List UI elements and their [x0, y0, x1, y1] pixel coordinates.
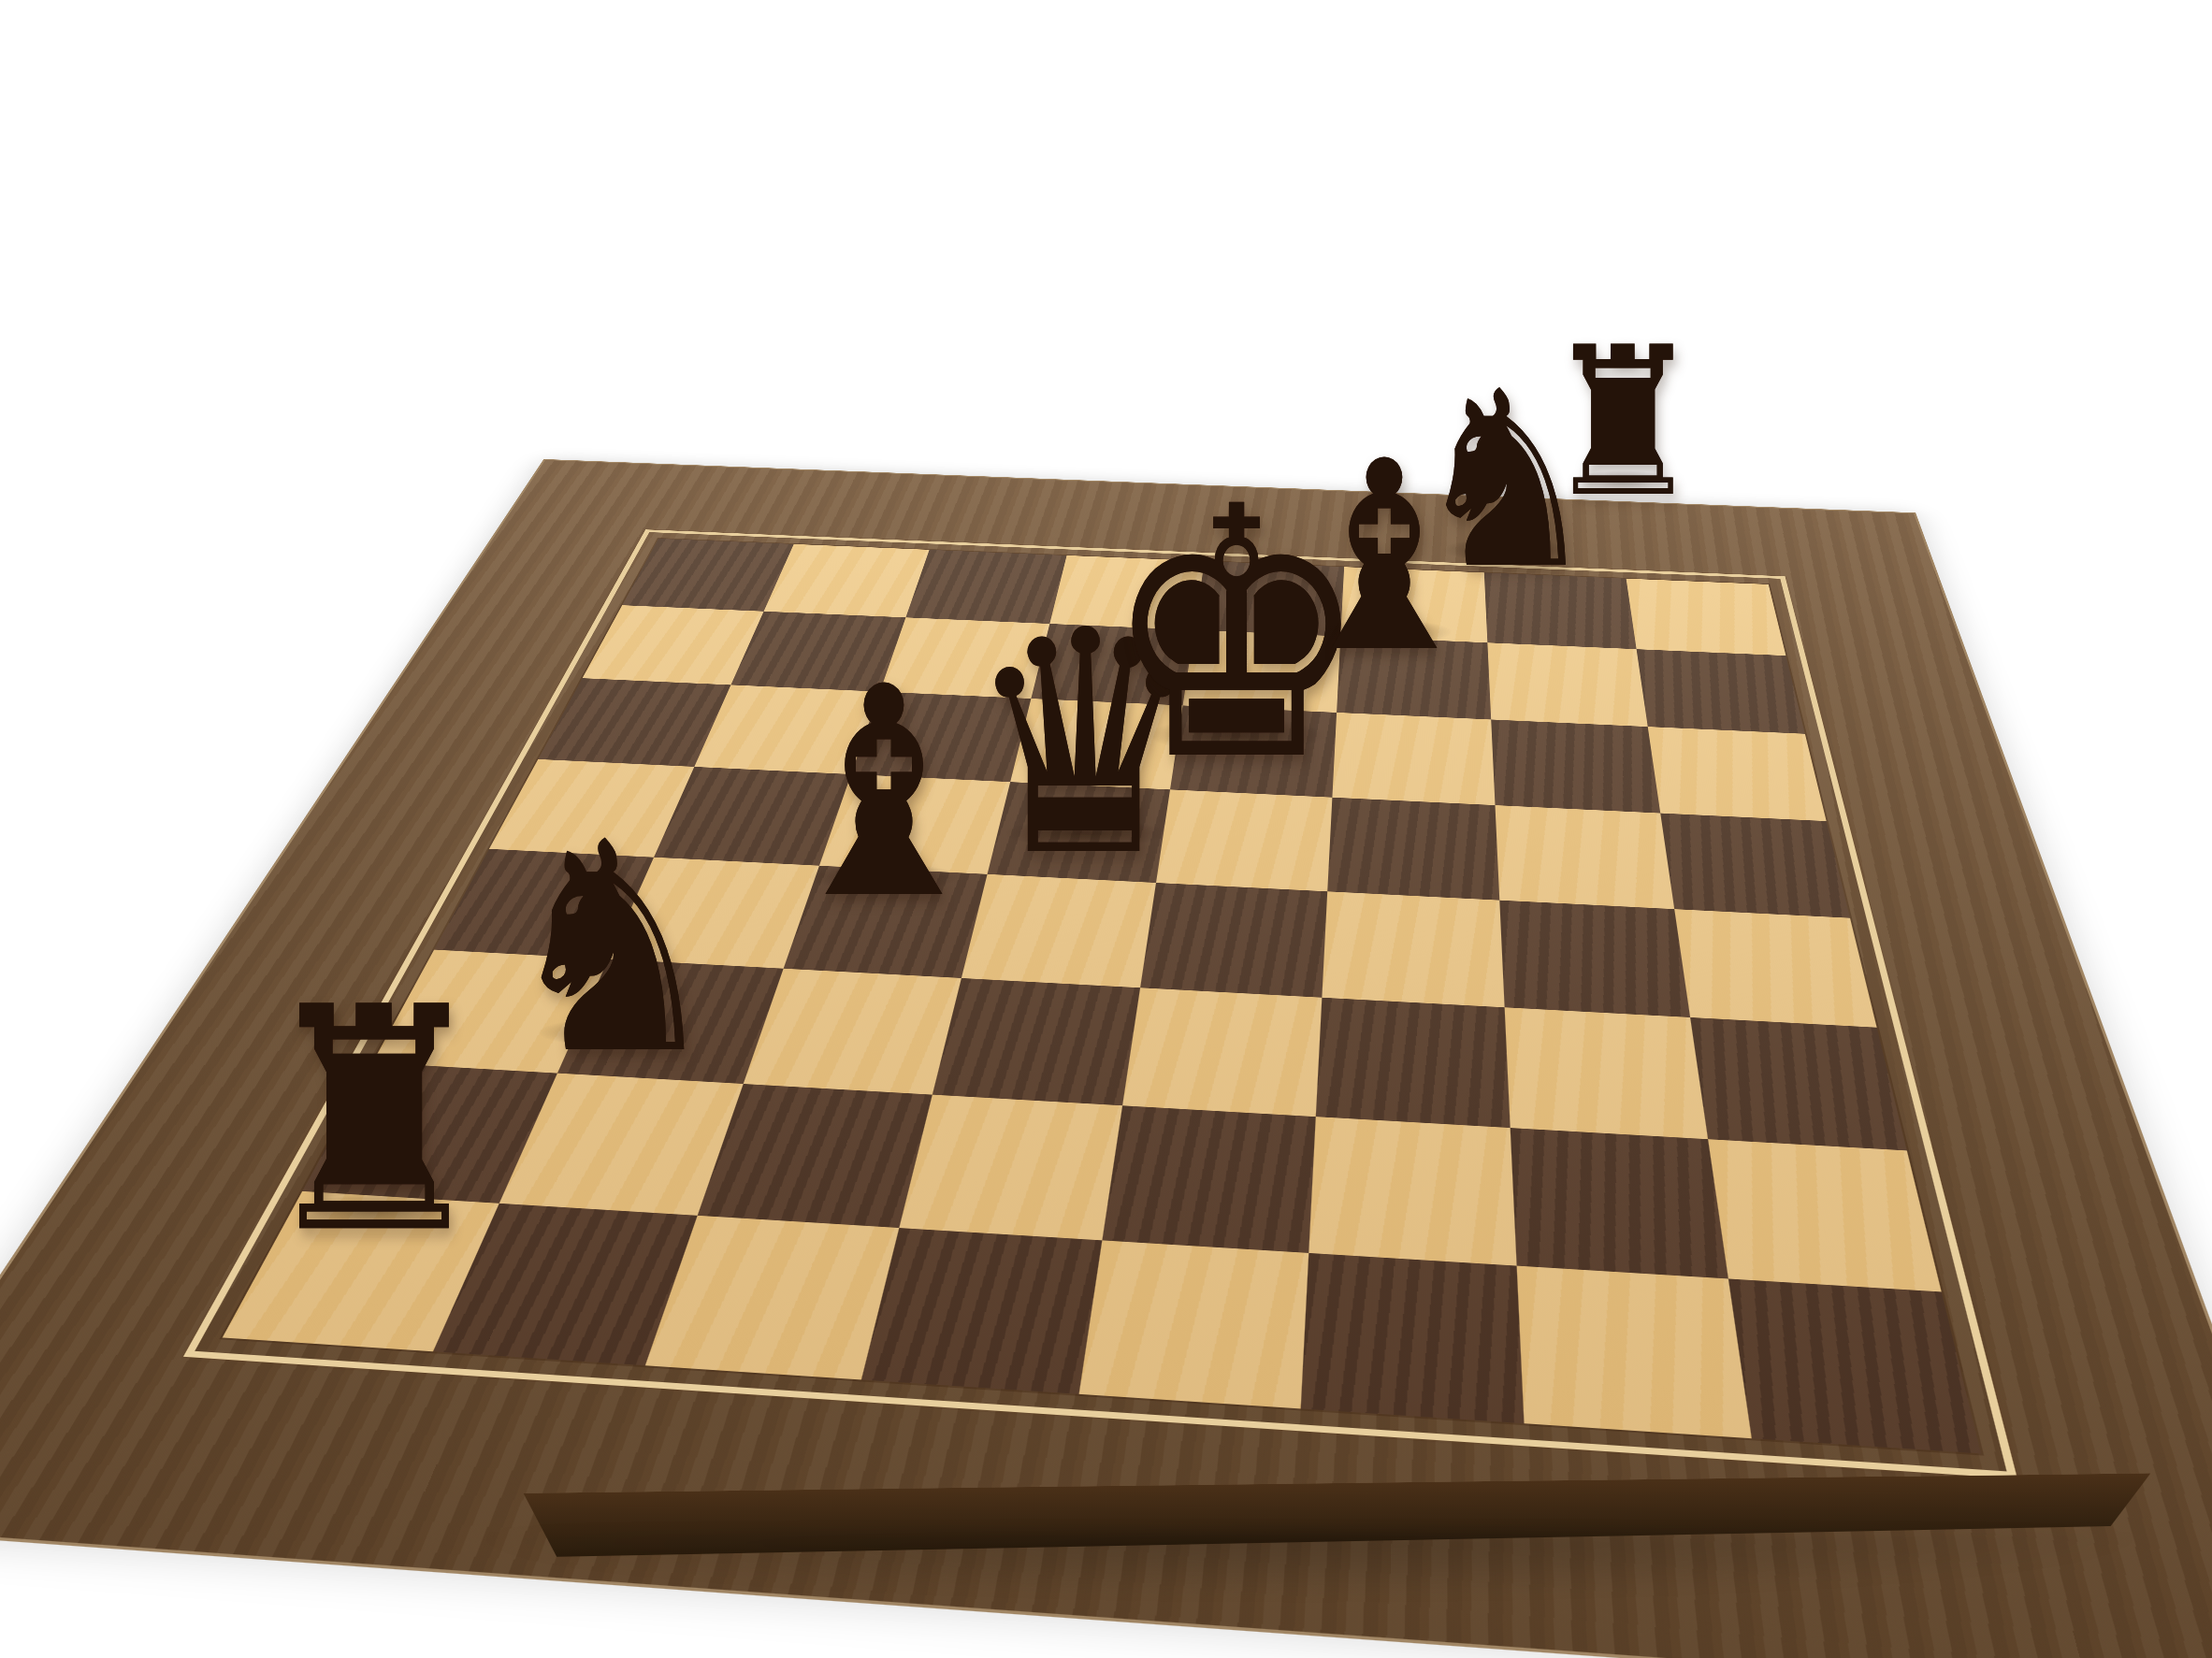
- square-a8[interactable]: [1626, 579, 1786, 656]
- square-e1[interactable]: [860, 1228, 1102, 1394]
- square-a4[interactable]: [1674, 909, 1877, 1027]
- square-b6[interactable]: [1491, 719, 1659, 813]
- square-d1[interactable]: [1079, 1240, 1308, 1408]
- square-c2[interactable]: [1308, 1117, 1517, 1265]
- square-c1[interactable]: [1300, 1252, 1524, 1423]
- black-knight-g2[interactable]: ♞: [500, 804, 724, 1094]
- square-g8[interactable]: [763, 544, 929, 617]
- square-b3[interactable]: [1505, 1007, 1708, 1139]
- square-d3[interactable]: [1122, 988, 1322, 1117]
- black-rook-h1[interactable]: ♜: [255, 967, 493, 1276]
- square-f3[interactable]: [744, 968, 961, 1094]
- square-a7[interactable]: [1636, 649, 1805, 734]
- square-b4[interactable]: [1499, 901, 1689, 1017]
- chessboard-photo-scene: ♜♞♝♛♚♝♞♜: [0, 0, 2212, 1658]
- square-d2[interactable]: [1102, 1105, 1315, 1252]
- square-a2[interactable]: [1708, 1139, 1942, 1291]
- square-a3[interactable]: [1690, 1017, 1907, 1151]
- square-b7[interactable]: [1487, 642, 1647, 727]
- square-c4[interactable]: [1322, 891, 1505, 1007]
- square-b5[interactable]: [1495, 805, 1673, 909]
- black-rook-a8[interactable]: ♜: [1543, 320, 1702, 526]
- square-a5[interactable]: [1660, 813, 1850, 917]
- square-a1[interactable]: [1728, 1278, 1981, 1453]
- square-b2[interactable]: [1511, 1128, 1728, 1278]
- square-e3[interactable]: [932, 978, 1140, 1106]
- square-c3[interactable]: [1315, 997, 1510, 1128]
- black-bishop-f3[interactable]: ♝: [772, 649, 995, 939]
- board-floor-shadow: [468, 1532, 2151, 1597]
- square-a6[interactable]: [1647, 727, 1826, 821]
- square-b1[interactable]: [1517, 1265, 1752, 1438]
- square-e2[interactable]: [899, 1095, 1122, 1240]
